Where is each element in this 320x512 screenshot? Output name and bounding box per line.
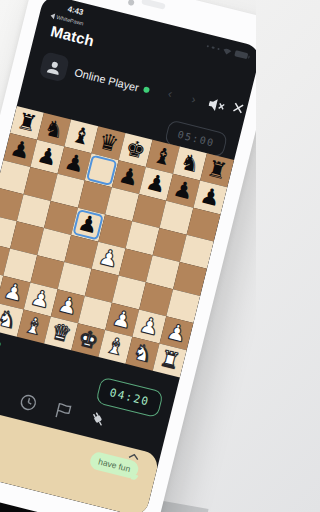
signal-dots-icon [211,46,214,49]
prev-move-button[interactable]: ‹ [167,86,174,101]
wifi-icon [221,46,233,56]
phone-mockup: 4:43 WhitePawn Match Online Player [0,0,256,512]
close-icon[interactable] [232,101,245,114]
earpiece-speaker [141,0,166,10]
mute-icon[interactable] [207,97,227,115]
page-title: Match [49,22,96,49]
piece-white-rook: ♜ [153,343,187,377]
square-h1[interactable]: ♜ [153,343,187,377]
statusbar-icons [205,42,248,60]
online-status-dot [143,86,150,93]
back-triangle-icon [50,12,55,19]
statusbar-time: 4:43 [67,4,85,17]
opponent-avatar[interactable] [39,51,71,83]
app-screen: 4:43 WhitePawn Match Online Player [0,0,256,512]
signal-dots-icon [206,45,209,48]
plug-icon[interactable] [87,409,109,431]
player-name: You [0,332,1,351]
opponent-name: Online Player [73,66,151,96]
flag-icon[interactable] [52,400,74,422]
battery-icon [234,50,248,59]
signal-dots-icon [217,47,220,50]
person-icon [45,58,64,76]
clock-icon[interactable] [17,392,39,414]
proximity-sensor [128,0,135,6]
online-status-dot [0,341,1,348]
next-move-button[interactable]: › [190,92,197,107]
opponent-name-label: Online Player [73,66,140,94]
